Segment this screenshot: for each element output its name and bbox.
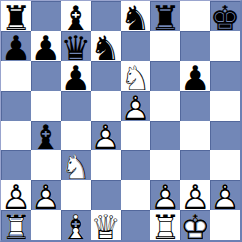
black-rook-fill-layer: ♜ xyxy=(1,3,31,31)
piece-black-rook[interactable]: ♜ xyxy=(150,1,180,31)
white-rook-fill-layer: ♜ xyxy=(1,212,31,240)
square-b8[interactable] xyxy=(31,1,61,31)
square-b3[interactable] xyxy=(31,150,61,180)
square-c2[interactable] xyxy=(61,180,91,210)
piece-black-pawn[interactable]: ♟ xyxy=(1,31,31,61)
piece-black-knight[interactable]: ♞ xyxy=(91,31,121,61)
white-rook-outline-icon: ♖ xyxy=(150,212,180,240)
square-e1[interactable] xyxy=(121,210,151,240)
square-d6[interactable] xyxy=(91,61,121,91)
white-pawn-fill-layer: ♟ xyxy=(1,182,31,210)
square-h8[interactable]: ♚ xyxy=(210,1,240,31)
white-knight-fill-layer: ♞ xyxy=(121,63,151,91)
square-e6[interactable]: ♞♘ xyxy=(121,61,151,91)
square-f5[interactable] xyxy=(150,91,180,121)
square-c1[interactable]: ♝♗ xyxy=(61,210,91,240)
white-queen-fill-layer: ♛ xyxy=(91,212,121,240)
white-pawn-fill-layer: ♟ xyxy=(180,182,210,210)
square-c6[interactable]: ♟ xyxy=(61,61,91,91)
black-bishop-fill-layer: ♝ xyxy=(31,123,61,151)
black-pawn-fill-layer: ♟ xyxy=(31,33,61,61)
white-pawn-fill-layer: ♟ xyxy=(31,182,61,210)
square-d4[interactable]: ♟♙ xyxy=(91,121,121,151)
white-pawn-fill-layer: ♟ xyxy=(150,182,180,210)
square-e2[interactable] xyxy=(121,180,151,210)
white-rook-outline-icon: ♖ xyxy=(1,212,31,240)
black-knight-fill-layer: ♞ xyxy=(91,33,121,61)
piece-black-rook[interactable]: ♜ xyxy=(1,1,31,31)
white-bishop-fill-layer: ♝ xyxy=(61,212,91,240)
white-bishop-outline-icon: ♗ xyxy=(61,212,91,240)
white-pawn-outline-icon: ♙ xyxy=(210,182,240,210)
square-d7[interactable]: ♞ xyxy=(91,31,121,61)
black-knight-fill-layer: ♞ xyxy=(121,3,151,31)
piece-white-pawn[interactable]: ♟♙ xyxy=(210,180,240,210)
square-f8[interactable]: ♜ xyxy=(150,1,180,31)
white-pawn-fill-layer: ♟ xyxy=(91,123,121,151)
black-queen-fill-layer: ♛ xyxy=(61,33,91,61)
piece-white-knight[interactable]: ♞♘ xyxy=(121,61,151,91)
white-pawn-outline-icon: ♙ xyxy=(1,182,31,210)
white-knight-fill-layer: ♞ xyxy=(61,152,91,180)
square-f3[interactable] xyxy=(150,150,180,180)
square-b7[interactable]: ♟ xyxy=(31,31,61,61)
square-a8[interactable]: ♜ xyxy=(1,1,31,31)
square-c5[interactable] xyxy=(61,91,91,121)
square-g3[interactable] xyxy=(180,150,210,180)
square-d8[interactable] xyxy=(91,1,121,31)
piece-black-knight[interactable]: ♞ xyxy=(121,1,151,31)
square-e5[interactable]: ♟♙ xyxy=(121,91,151,121)
piece-black-queen[interactable]: ♛ xyxy=(61,31,91,61)
piece-white-rook[interactable]: ♜♖ xyxy=(1,210,31,240)
square-a3[interactable] xyxy=(1,150,31,180)
square-e8[interactable]: ♞ xyxy=(121,1,151,31)
white-king-fill-layer: ♚ xyxy=(180,212,210,240)
piece-white-pawn[interactable]: ♟♙ xyxy=(1,180,31,210)
piece-black-bishop[interactable]: ♝ xyxy=(61,1,91,31)
square-h2[interactable]: ♟♙ xyxy=(210,180,240,210)
square-g6[interactable]: ♟ xyxy=(180,61,210,91)
white-pawn-outline-icon: ♙ xyxy=(150,182,180,210)
square-a1[interactable]: ♜♖ xyxy=(1,210,31,240)
white-pawn-outline-icon: ♙ xyxy=(180,182,210,210)
piece-white-queen[interactable]: ♛♕ xyxy=(91,210,121,240)
white-queen-outline-icon: ♕ xyxy=(91,212,121,240)
piece-white-pawn[interactable]: ♟♙ xyxy=(91,121,121,151)
square-c4[interactable] xyxy=(61,121,91,151)
square-b5[interactable] xyxy=(31,91,61,121)
black-pawn-fill-layer: ♟ xyxy=(61,63,91,91)
piece-white-pawn[interactable]: ♟♙ xyxy=(31,180,61,210)
square-e4[interactable] xyxy=(121,121,151,151)
square-b6[interactable] xyxy=(31,61,61,91)
white-rook-fill-layer: ♜ xyxy=(150,212,180,240)
white-knight-outline-icon: ♘ xyxy=(61,152,91,180)
piece-white-rook[interactable]: ♜♖ xyxy=(150,210,180,240)
square-f2[interactable]: ♟♙ xyxy=(150,180,180,210)
piece-black-king[interactable]: ♚ xyxy=(210,1,240,31)
white-knight-outline-icon: ♘ xyxy=(121,63,151,91)
piece-white-bishop[interactable]: ♝♗ xyxy=(61,210,91,240)
square-e3[interactable] xyxy=(121,150,151,180)
piece-black-pawn[interactable]: ♟ xyxy=(61,61,91,91)
square-g8[interactable] xyxy=(180,1,210,31)
piece-white-pawn[interactable]: ♟♙ xyxy=(121,91,151,121)
black-king-fill-layer: ♚ xyxy=(210,3,240,31)
white-pawn-outline-icon: ♙ xyxy=(31,182,61,210)
square-f1[interactable]: ♜♖ xyxy=(150,210,180,240)
square-d5[interactable] xyxy=(91,91,121,121)
square-a6[interactable] xyxy=(1,61,31,91)
white-pawn-fill-layer: ♟ xyxy=(121,93,151,121)
square-a5[interactable] xyxy=(1,91,31,121)
square-g2[interactable]: ♟♙ xyxy=(180,180,210,210)
square-g4[interactable] xyxy=(180,121,210,151)
square-h5[interactable] xyxy=(210,91,240,121)
square-g1[interactable]: ♚♔ xyxy=(180,210,210,240)
black-pawn-fill-layer: ♟ xyxy=(180,63,210,91)
square-e7[interactable] xyxy=(121,31,151,61)
square-g7[interactable] xyxy=(180,31,210,61)
square-h3[interactable] xyxy=(210,150,240,180)
black-rook-fill-layer: ♜ xyxy=(150,3,180,31)
piece-white-pawn[interactable]: ♟♙ xyxy=(180,180,210,210)
square-f6[interactable] xyxy=(150,61,180,91)
square-g5[interactable] xyxy=(180,91,210,121)
square-h7[interactable] xyxy=(210,31,240,61)
white-king-outline-icon: ♔ xyxy=(180,212,210,240)
square-a2[interactable]: ♟♙ xyxy=(1,180,31,210)
piece-white-pawn[interactable]: ♟♙ xyxy=(150,180,180,210)
square-b4[interactable]: ♝ xyxy=(31,121,61,151)
square-a4[interactable] xyxy=(1,121,31,151)
square-d3[interactable] xyxy=(91,150,121,180)
square-h4[interactable] xyxy=(210,121,240,151)
piece-white-king[interactable]: ♚♔ xyxy=(180,210,210,240)
piece-black-pawn[interactable]: ♟ xyxy=(180,61,210,91)
square-h1[interactable] xyxy=(210,210,240,240)
square-d1[interactable]: ♛♕ xyxy=(91,210,121,240)
piece-black-bishop[interactable]: ♝ xyxy=(31,121,61,151)
square-a7[interactable]: ♟ xyxy=(1,31,31,61)
black-pawn-fill-layer: ♟ xyxy=(1,33,31,61)
piece-white-knight[interactable]: ♞♘ xyxy=(61,150,91,180)
square-h6[interactable] xyxy=(210,61,240,91)
square-f4[interactable] xyxy=(150,121,180,151)
white-pawn-outline-icon: ♙ xyxy=(121,93,151,121)
chess-board: ♜♝♞♜♚♟♟♛♞♟♞♘♟♟♙♝♟♙♞♘♟♙♟♙♟♙♟♙♟♙♜♖♝♗♛♕♜♖♚♔ xyxy=(0,0,242,242)
piece-black-pawn[interactable]: ♟ xyxy=(31,31,61,61)
square-c7[interactable]: ♛ xyxy=(61,31,91,61)
square-c8[interactable]: ♝ xyxy=(61,1,91,31)
white-pawn-outline-icon: ♙ xyxy=(91,123,121,151)
square-f7[interactable] xyxy=(150,31,180,61)
square-c3[interactable]: ♞♘ xyxy=(61,150,91,180)
white-pawn-fill-layer: ♟ xyxy=(210,182,240,210)
square-b1[interactable] xyxy=(31,210,61,240)
square-d2[interactable] xyxy=(91,180,121,210)
square-b2[interactable]: ♟♙ xyxy=(31,180,61,210)
black-bishop-fill-layer: ♝ xyxy=(61,3,91,31)
